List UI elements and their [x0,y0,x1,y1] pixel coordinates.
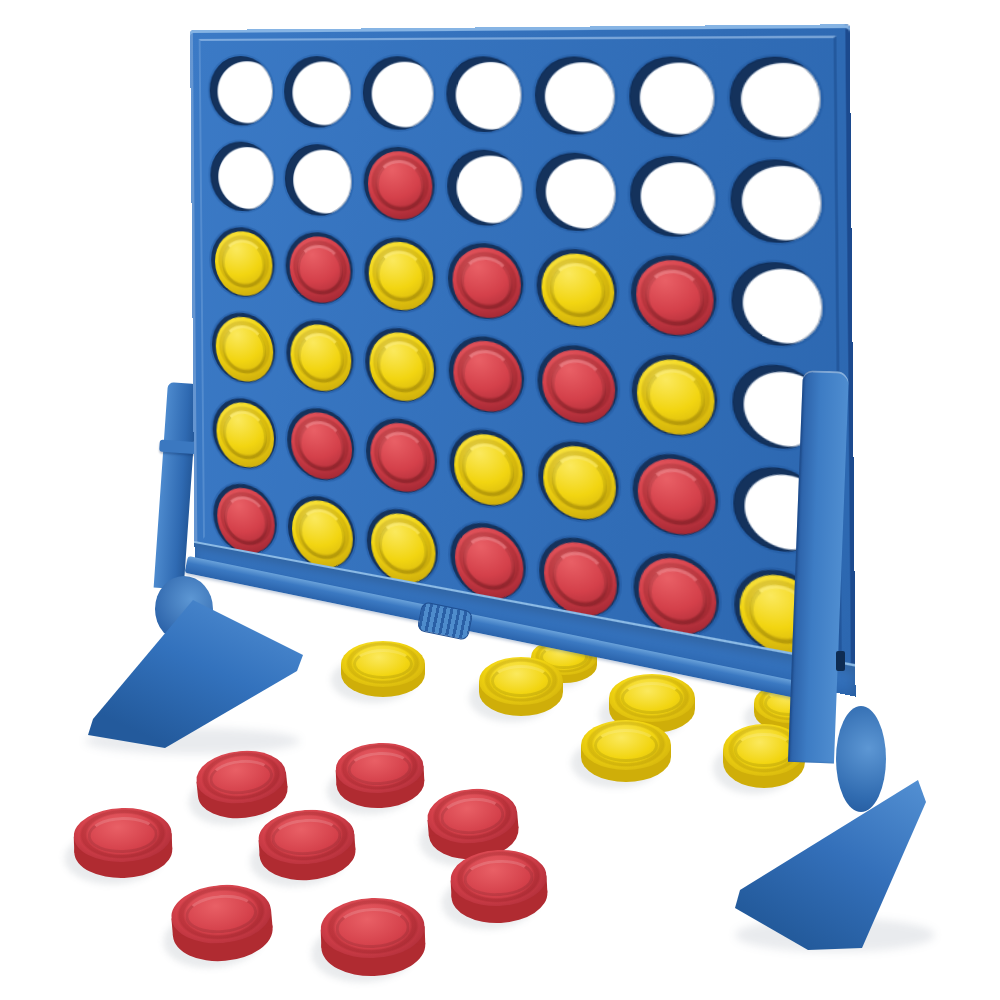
loose-disc-yellow [341,641,425,697]
yellow-disc [216,399,274,471]
empty-hole [630,155,716,239]
puck-top-face [609,674,695,722]
filled-hole [448,333,524,417]
empty-hole [363,56,435,130]
board-cell [448,333,524,417]
filled-hole [212,310,276,386]
yellow-disc [541,251,615,329]
red-disc [542,347,616,427]
yellow-disc [290,322,352,394]
loose-disc-red [257,807,358,884]
board-cell [535,151,616,233]
board-cell [535,56,616,135]
board-cell [210,141,274,213]
empty-hole [447,149,523,228]
yellow-disc [543,442,617,524]
loose-disc-yellow [479,657,563,716]
filled-hole [364,235,436,314]
filled-hole [365,325,437,406]
empty-hole [210,141,274,213]
board-cell [731,259,823,349]
board-cell [286,317,354,396]
disc-ring [648,564,706,629]
board-cell [212,394,276,472]
disc-ring [224,493,267,548]
disc-ring [377,339,425,394]
empty-hole [729,57,821,141]
board-cell [211,225,275,299]
disc-ring [647,465,705,528]
board-cell [363,56,435,130]
disc-ring [223,323,266,375]
disc-ring [463,533,514,593]
filled-hole [537,342,618,429]
disc-ring [646,367,704,428]
yellow-disc [369,330,434,405]
loose-disc-yellow [581,720,671,782]
yellow-disc [454,430,523,509]
disc-ring [297,244,343,296]
disc-ring [379,519,427,577]
board-cell [538,437,619,526]
board-cell [284,56,352,128]
disc-ring [224,408,267,461]
connect-four-scene [0,0,1000,1000]
red-disc [637,454,715,539]
filled-hole [211,225,275,299]
disc-ring [551,357,606,416]
filled-hole [536,247,617,331]
filled-hole [632,449,718,542]
empty-hole [209,56,273,126]
loose-disc-red [320,896,427,978]
red-disc [636,258,714,338]
empty-hole [285,143,353,217]
empty-hole [535,56,616,135]
disc-ring [299,506,345,562]
board-cell [630,155,716,239]
disc-ring [462,348,513,405]
board-cell [365,325,437,406]
red-disc [289,235,351,305]
disc-ring [377,249,425,303]
board-cell [285,143,353,217]
disc-ring [298,331,344,385]
yellow-disc [215,314,273,384]
empty-hole [730,158,822,245]
red-disc [291,409,353,483]
board-cell [447,149,523,228]
board-cell [209,56,273,126]
red-disc [453,338,522,415]
loose-disc-red [449,848,549,926]
yellow-disc [215,230,273,298]
disc-ring [222,238,265,289]
disc-ring [553,548,608,611]
filled-hole [631,351,717,441]
filled-hole [448,241,524,323]
loose-disc-red [73,806,173,879]
board-cell [537,342,618,429]
filled-hole [286,317,354,396]
empty-hole [284,56,352,128]
board-leg-right-pivot-knob [836,706,886,812]
board-cell [448,241,524,323]
board-leg-right-slot [836,651,845,671]
board-cell [729,57,821,141]
board-cell [631,253,717,340]
board-cell [285,230,353,307]
disc-ring [461,255,512,311]
filled-hole [449,425,525,511]
red-disc [370,419,435,496]
empty-hole [535,151,616,233]
disc-ring [462,440,513,499]
board-cell [212,310,276,386]
disc-ring [552,452,607,513]
yellow-disc [636,356,714,439]
filled-hole [287,404,355,485]
board-cell [536,247,617,331]
board-cell [366,414,438,498]
puck-top-face [479,657,563,705]
disc-ring [299,418,345,473]
disc-ring [376,159,424,211]
board-cell [631,351,717,441]
empty-hole [629,57,715,139]
board-cell [364,235,436,314]
loose-disc-red [334,741,425,811]
puck-top-face [341,641,425,687]
filled-hole [285,230,353,307]
disc-ring [646,268,704,327]
board-cell [629,57,715,139]
yellow-disc [368,240,433,313]
connect-four-board [190,24,856,696]
board-cell [730,158,822,245]
board-cell [632,449,718,542]
filled-hole [538,437,619,526]
board-cell [363,146,435,223]
disc-ring [378,429,426,486]
filled-hole [366,414,438,498]
filled-hole [363,146,435,223]
filled-hole [212,394,276,472]
board-cell [449,425,525,511]
board-cell [287,404,355,485]
filled-hole [631,253,717,340]
red-disc [452,245,521,320]
puck-top-face [581,720,671,770]
empty-hole [446,56,522,133]
empty-hole [731,259,823,349]
red-disc [368,150,433,221]
loose-disc-red [169,881,275,965]
disc-ring [550,261,605,318]
board-cell [446,56,522,133]
